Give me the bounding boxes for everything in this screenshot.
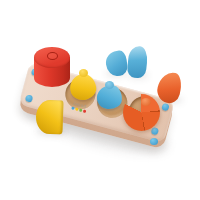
blue-piece-knob: [105, 81, 114, 89]
corner-peg-front-edge: [150, 138, 158, 145]
logo-dot-red: [82, 109, 86, 113]
corner-peg-bottom-right: [151, 127, 160, 136]
corner-peg-bottom-left: [25, 94, 34, 103]
yellow-piece-knob: [79, 69, 88, 77]
piece-yellow-half-loose[interactable]: [35, 100, 63, 135]
product-photo: Janod: [0, 0, 200, 200]
logo-dot-blue: [71, 106, 75, 110]
corner-peg-top-right: [161, 103, 170, 112]
red-top-ring-mark: [47, 52, 58, 60]
orange-piece-knob: [141, 98, 151, 106]
logo-dot-yellow: [75, 107, 79, 111]
logo-dot-green: [78, 108, 82, 112]
piece-red-whole-placed[interactable]: [34, 47, 70, 88]
